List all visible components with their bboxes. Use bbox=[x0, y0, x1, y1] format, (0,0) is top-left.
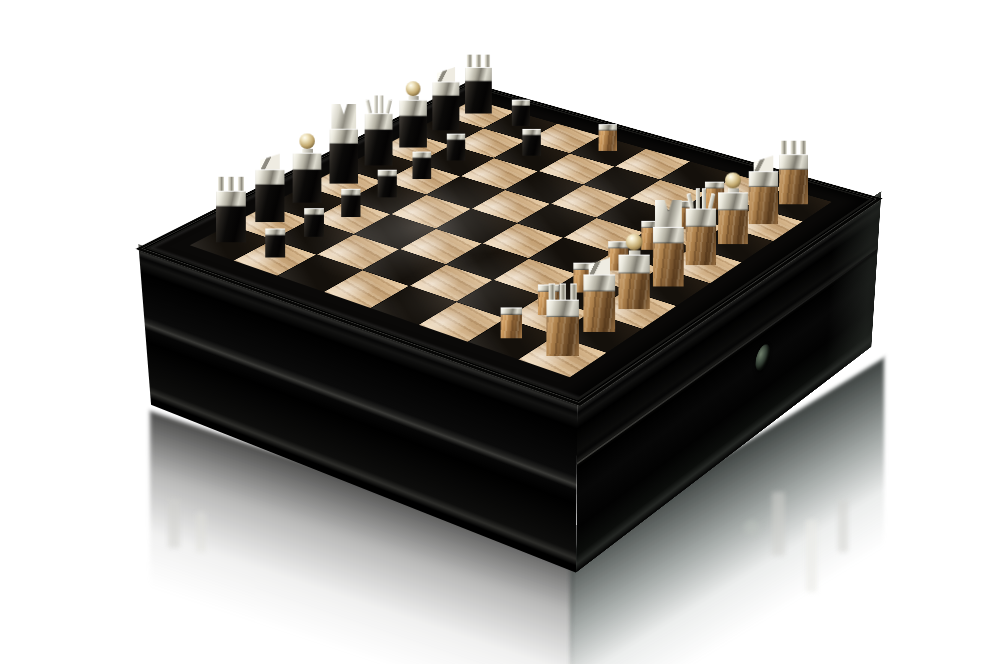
white-bishop-sprite bbox=[618, 234, 649, 309]
white-king-sprite bbox=[653, 200, 684, 287]
chess-box bbox=[150, 87, 869, 399]
knob-reflection bbox=[744, 520, 760, 536]
piece-reflection-glint bbox=[196, 512, 206, 552]
drawer-knob bbox=[755, 341, 770, 375]
piece-reflection-glint bbox=[772, 492, 785, 556]
black-pawn-sprite bbox=[265, 228, 285, 257]
piece-reflection-glint bbox=[838, 500, 848, 552]
white-pawn-sprite bbox=[501, 307, 522, 338]
piece-board-reflection bbox=[265, 258, 285, 287]
white-rook-sprite bbox=[546, 283, 579, 356]
piece-reflection-glint bbox=[806, 520, 817, 592]
white-knight-sprite bbox=[583, 257, 615, 332]
piece-board-reflection bbox=[501, 338, 522, 369]
product-photo-stage bbox=[0, 0, 1000, 664]
piece-reflection-glint bbox=[168, 500, 180, 548]
white-queen-sprite bbox=[686, 188, 716, 265]
